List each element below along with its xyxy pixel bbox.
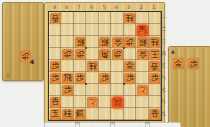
file-label-8: 8 [60, 4, 72, 10]
board-cell-9-5[interactable]: 歩 [49, 60, 61, 72]
shogi-piece-金-4-3[interactable]: 金 [112, 37, 123, 48]
board-cell-7-2[interactable] [74, 24, 86, 36]
board-cell-6-4[interactable] [86, 48, 98, 60]
sente-hand-slot: 歩 [188, 58, 199, 69]
gote-komadai: 歩4 △ [2, 2, 44, 81]
board-cell-2-6[interactable] [136, 72, 148, 84]
board-cell-4-4[interactable]: 歩 [111, 48, 123, 60]
board-cell-3-1[interactable]: 桂 [124, 12, 136, 24]
shogi-piece-歩-9-5[interactable]: 歩 [50, 61, 61, 72]
board-cell-7-8[interactable] [74, 96, 86, 108]
board-cell-4-9[interactable] [111, 108, 123, 120]
board-cell-4-8[interactable]: 龍 [111, 96, 123, 108]
board-cell-5-5[interactable] [99, 60, 111, 72]
file-label-2: 2 [135, 4, 147, 10]
shogi-piece-香-9-8[interactable]: 香 [50, 97, 61, 108]
board-cell-3-9[interactable] [124, 108, 136, 120]
shogi-piece-歩-9-6[interactable]: 歩 [50, 73, 61, 84]
board-cell-2-8[interactable] [136, 96, 148, 108]
sente-hand-area: 金歩 [173, 58, 199, 69]
shogi-piece-歩-7-6[interactable]: 歩 [75, 73, 86, 84]
gote-hand-area: 歩4 [20, 51, 31, 62]
board-cell-5-1[interactable] [99, 12, 111, 24]
board-cell-5-9[interactable] [99, 108, 111, 120]
board-cell-9-7[interactable] [49, 84, 61, 96]
board-cell-5-2[interactable] [99, 24, 111, 36]
board-cell-9-2[interactable] [49, 24, 61, 36]
board-cell-6-2[interactable] [86, 24, 98, 36]
board-cell-1-5[interactable]: 香 [149, 60, 161, 72]
shogi-piece-歩-3-6[interactable]: 歩 [124, 73, 135, 84]
board-cell-6-7[interactable] [86, 84, 98, 96]
board-cell-8-3[interactable] [61, 36, 73, 48]
gote-hand-slot: 歩4 [20, 51, 31, 62]
board-cell-1-2[interactable] [149, 24, 161, 36]
sente-hand-piece-金[interactable]: 金 [173, 58, 184, 69]
board-cell-3-4[interactable] [124, 48, 136, 60]
shogi-piece-銀-7-9[interactable]: 銀 [75, 109, 86, 120]
toolbar-button-2[interactable] [79, 122, 111, 127]
hoshi-dot [123, 47, 125, 49]
shogi-piece-香-1-9[interactable]: 香 [149, 109, 160, 120]
sente-hand-slot: 金 [173, 58, 184, 69]
shogi-piece-歩-8-7[interactable]: 歩 [62, 85, 73, 96]
shogi-piece-歩-1-6[interactable]: 歩 [149, 73, 160, 84]
board-cell-5-3[interactable]: 銀 [99, 36, 111, 48]
board-cell-5-6[interactable]: 歩 [99, 72, 111, 84]
board-cell-9-3[interactable] [49, 36, 61, 48]
board-cell-3-7[interactable] [124, 84, 136, 96]
board-cell-4-3[interactable]: 金 [111, 36, 123, 48]
shogi-piece-銀-5-3[interactable]: 銀 [99, 37, 110, 48]
shogi-piece-金-2-4[interactable]: 金 [137, 49, 148, 60]
file-label-5: 5 [98, 4, 110, 10]
board-cell-9-6[interactable]: 歩 [49, 72, 61, 84]
board-cell-4-7[interactable] [111, 84, 123, 96]
file-label-4: 4 [110, 4, 122, 10]
file-label-7: 7 [73, 4, 85, 10]
shogi-piece-桂-8-9[interactable]: 桂 [62, 109, 73, 120]
board-cell-6-9[interactable] [86, 108, 98, 120]
board-cell-7-9[interactable]: 銀 [74, 108, 86, 120]
board-cell-1-4[interactable]: 王 [149, 48, 161, 60]
board-cell-3-2[interactable] [124, 24, 136, 36]
toolbar-button-3[interactable] [114, 122, 146, 127]
file-label-9: 9 [48, 4, 60, 10]
board-cell-4-6[interactable] [111, 72, 123, 84]
toolbar-button-4[interactable] [149, 122, 181, 127]
board-cell-1-3[interactable]: 桂 [149, 36, 161, 48]
shogi-piece-香-1-5[interactable]: 香 [149, 61, 160, 72]
board-cell-3-8[interactable] [124, 96, 136, 108]
file-label-3: 3 [123, 4, 135, 10]
board-cell-9-4[interactable] [49, 48, 61, 60]
board-cell-9-8[interactable]: 香 [49, 96, 61, 108]
shogi-piece-玉-9-9[interactable]: 玉 [50, 109, 61, 120]
board-cell-7-7[interactable] [74, 84, 86, 96]
board-cell-6-8[interactable]: と [86, 96, 98, 108]
sente-komadai: ▲ 金歩 [168, 46, 210, 127]
shogi-piece-馬-2-2[interactable]: 馬 [137, 25, 148, 36]
board-cell-3-3[interactable]: 歩 [124, 36, 136, 48]
board-cell-3-5[interactable]: 金 [124, 60, 136, 72]
shogi-board: 987654321 一二三四五六七八九 香桂馬銀銀金歩銀桂歩歩角歩金王歩桂金香歩… [44, 2, 165, 123]
shogi-piece-香-9-1[interactable]: 香 [50, 13, 61, 24]
shogi-piece-銀-7-3[interactable]: 銀 [75, 37, 86, 48]
board-cell-2-3[interactable]: 銀 [136, 36, 148, 48]
shogi-piece-歩-3-3[interactable]: 歩 [124, 37, 135, 48]
shogi-board-grid[interactable]: 香桂馬銀銀金歩銀桂歩歩角歩金王歩桂金香歩飛歩歩歩歩歩と香と龍玉桂銀香 [48, 11, 162, 121]
shogi-piece-歩-7-4[interactable]: 歩 [75, 49, 86, 60]
board-cell-5-4[interactable]: 角 [99, 48, 111, 60]
shogi-piece-桂-3-1[interactable]: 桂 [124, 13, 135, 24]
board-cell-8-9[interactable]: 桂 [61, 108, 73, 120]
file-label-6: 6 [85, 4, 97, 10]
shogi-piece-桂-1-3[interactable]: 桂 [149, 37, 160, 48]
shogi-piece-桂-6-5[interactable]: 桂 [87, 61, 98, 72]
shogi-piece-龍-4-8[interactable]: 龍 [112, 97, 123, 108]
file-label-1: 1 [148, 4, 160, 10]
shogi-piece-歩-8-4[interactable]: 歩 [62, 49, 73, 60]
board-cell-6-5[interactable]: 桂 [86, 60, 98, 72]
board-cell-3-6[interactable]: 歩 [124, 72, 136, 84]
board-cell-5-7[interactable] [99, 84, 111, 96]
board-cell-7-5[interactable] [74, 60, 86, 72]
shogi-piece-王-1-4[interactable]: 王 [149, 49, 160, 60]
board-cell-4-2[interactable] [111, 24, 123, 36]
board-cell-2-1[interactable] [136, 12, 148, 24]
shogi-piece-歩-4-4[interactable]: 歩 [112, 49, 123, 60]
file-labels: 987654321 [48, 4, 160, 10]
board-cell-6-3[interactable] [86, 36, 98, 48]
board-cell-2-4[interactable]: 金 [136, 48, 148, 60]
board-cell-8-4[interactable]: 歩 [61, 48, 73, 60]
shogi-piece-と-2-7[interactable]: と [137, 85, 148, 96]
shogi-piece-金-3-5[interactable]: 金 [124, 61, 135, 72]
toolbar-button-1[interactable] [44, 122, 76, 127]
board-cell-8-2[interactable] [61, 24, 73, 36]
board-cell-1-7[interactable] [149, 84, 161, 96]
board-cell-9-9[interactable]: 玉 [49, 108, 61, 120]
board-cell-4-1[interactable] [111, 12, 123, 24]
board-cell-1-8[interactable] [149, 96, 161, 108]
board-cell-7-4[interactable]: 歩 [74, 48, 86, 60]
board-cell-2-2[interactable]: 馬 [136, 24, 148, 36]
shogi-piece-と-6-8[interactable]: と [87, 97, 98, 108]
gote-mark-icon: △ [6, 72, 10, 77]
shogi-piece-角-5-4[interactable]: 角 [99, 49, 110, 60]
board-cell-6-6[interactable] [86, 72, 98, 84]
board-cell-1-9[interactable]: 香 [149, 108, 161, 120]
gote-hand-count: 4 [30, 59, 34, 65]
hoshi-dot [123, 83, 125, 85]
board-cell-9-1[interactable]: 香 [49, 12, 61, 24]
board-cell-8-1[interactable] [61, 12, 73, 24]
board-cell-4-5[interactable] [111, 60, 123, 72]
board-cell-8-6[interactable]: 飛 [61, 72, 73, 84]
board-cell-5-8[interactable] [99, 96, 111, 108]
sente-hand-piece-歩[interactable]: 歩 [188, 58, 199, 69]
board-cell-2-9[interactable] [136, 108, 148, 120]
board-cell-2-5[interactable] [136, 60, 148, 72]
board-cell-1-6[interactable]: 歩 [149, 72, 161, 84]
shogi-piece-銀-2-3[interactable]: 銀 [137, 37, 148, 48]
toolbar [44, 122, 181, 127]
board-cell-8-5[interactable] [61, 60, 73, 72]
board-cell-8-7[interactable]: 歩 [61, 84, 73, 96]
sente-mark-icon: ▲ [171, 49, 175, 54]
shogi-piece-飛-8-6[interactable]: 飛 [62, 73, 73, 84]
board-cell-7-1[interactable] [74, 12, 86, 24]
board-cell-6-1[interactable] [86, 12, 98, 24]
board-cell-1-1[interactable] [149, 12, 161, 24]
board-cell-2-7[interactable]: と [136, 84, 148, 96]
board-cell-8-8[interactable] [61, 96, 73, 108]
shogi-piece-歩-5-6[interactable]: 歩 [99, 73, 110, 84]
